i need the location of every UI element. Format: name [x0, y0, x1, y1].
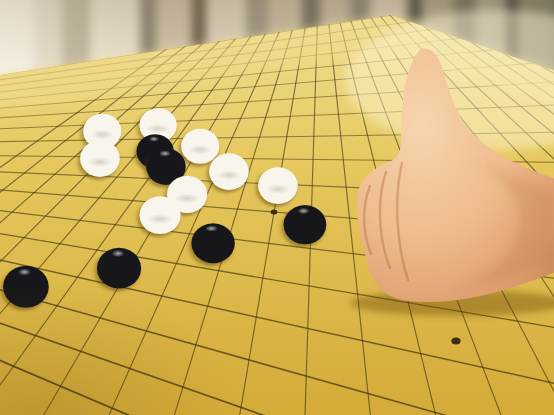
- goban-scene: [0, 0, 554, 415]
- star-point: [451, 338, 460, 345]
- star-point: [271, 210, 278, 215]
- go-board-photo: ●●●●●●●●●●●●●●: [0, 0, 554, 415]
